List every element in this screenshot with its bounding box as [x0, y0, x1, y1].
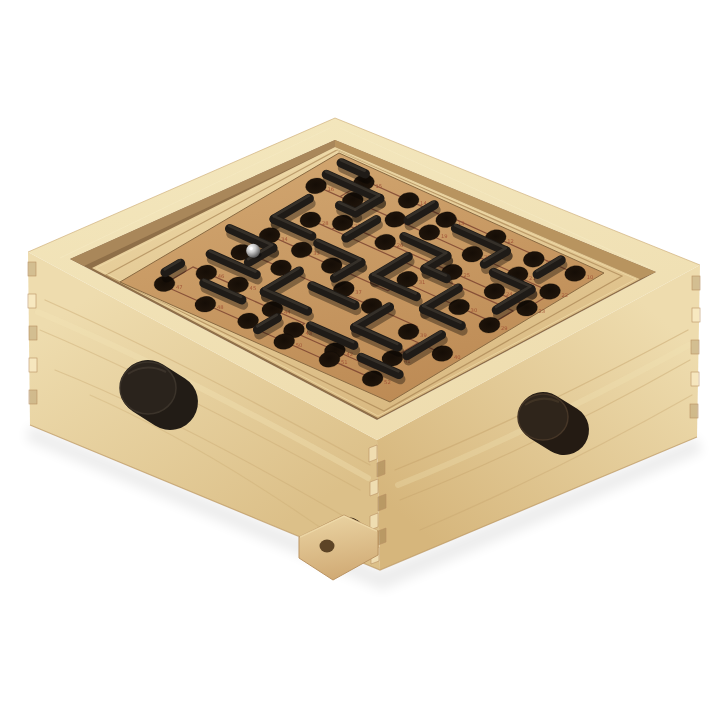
hole-number: 51	[341, 359, 348, 365]
hole-number: 45	[250, 285, 257, 291]
hole-number: 39	[420, 332, 427, 338]
steel-ball	[246, 244, 260, 258]
hole-number: 28	[322, 220, 329, 226]
hole-number: 29	[501, 325, 508, 331]
hole-number: 37	[355, 289, 362, 295]
hole-number: 15	[375, 183, 382, 189]
scene-svg: 1011121314151617181920212223242526272829…	[0, 0, 720, 720]
hole-number: 48	[217, 304, 224, 310]
hole-number: 46	[218, 273, 225, 279]
hole-number: 12	[507, 238, 514, 244]
hole-number: 25	[463, 272, 470, 278]
right-tilt-knob	[518, 394, 568, 440]
ball-specular	[250, 247, 253, 250]
left-tilt-knob	[120, 362, 176, 414]
hole-number: 23	[539, 308, 546, 314]
hole-number: 34	[281, 236, 288, 242]
hole-number: 40	[454, 354, 461, 360]
labyrinth-product-photo: 1011121314151617181920212223242526272829…	[0, 0, 720, 720]
tray-notch	[320, 540, 335, 553]
hole-number: 22	[562, 292, 569, 298]
hole-number: 50	[296, 342, 303, 348]
hole-number: 31	[419, 279, 426, 285]
hole-number: 10	[587, 274, 594, 280]
hole-number: 30	[471, 307, 478, 313]
hole-number: 47	[176, 284, 183, 290]
hole-number: 19	[441, 233, 448, 239]
